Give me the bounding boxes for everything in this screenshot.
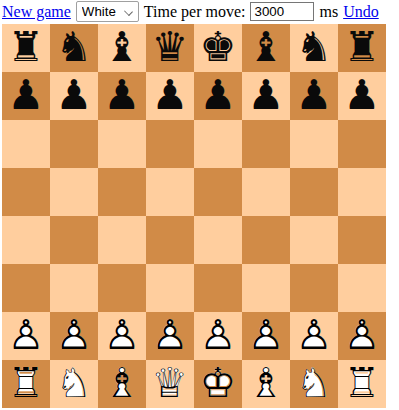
square-c1[interactable]: ♝♗ [98, 360, 146, 408]
black-rook-piece[interactable]: ♜ [338, 24, 386, 72]
white-pawn-piece[interactable]: ♟♙ [338, 312, 386, 360]
piece-outline: ♘ [290, 360, 338, 408]
time-per-move-label: Time per move: [144, 2, 246, 22]
square-d1[interactable]: ♛♕ [146, 360, 194, 408]
white-pawn-piece[interactable]: ♟♙ [2, 312, 50, 360]
square-a6[interactable] [2, 120, 50, 168]
black-pawn-piece[interactable]: ♟ [98, 72, 146, 120]
square-c3[interactable] [98, 264, 146, 312]
square-d4[interactable] [146, 216, 194, 264]
square-b3[interactable] [50, 264, 98, 312]
black-king-piece[interactable]: ♚ [194, 24, 242, 72]
piece-outline: ♖ [2, 360, 50, 408]
square-b4[interactable] [50, 216, 98, 264]
square-d8[interactable]: ♛ [146, 24, 194, 72]
square-e1[interactable]: ♚♔ [194, 360, 242, 408]
square-e8[interactable]: ♚ [194, 24, 242, 72]
undo-link[interactable]: Undo [343, 2, 379, 22]
square-d2[interactable]: ♟♙ [146, 312, 194, 360]
white-king-piece[interactable]: ♚♔ [194, 360, 242, 408]
square-g3[interactable] [290, 264, 338, 312]
square-b5[interactable] [50, 168, 98, 216]
white-rook-piece[interactable]: ♜♖ [338, 360, 386, 408]
square-h6[interactable] [338, 120, 386, 168]
square-a7[interactable]: ♟ [2, 72, 50, 120]
square-e3[interactable] [194, 264, 242, 312]
black-pawn-piece[interactable]: ♟ [338, 72, 386, 120]
square-e4[interactable] [194, 216, 242, 264]
square-d3[interactable] [146, 264, 194, 312]
toolbar: New game White Time per move: ms Undo [2, 1, 399, 22]
white-pawn-piece[interactable]: ♟♙ [98, 312, 146, 360]
square-g8[interactable]: ♞ [290, 24, 338, 72]
square-g6[interactable] [290, 120, 338, 168]
black-knight-piece[interactable]: ♞ [290, 24, 338, 72]
square-c6[interactable] [98, 120, 146, 168]
square-f2[interactable]: ♟♙ [242, 312, 290, 360]
piece-outline: ♘ [50, 360, 98, 408]
square-h5[interactable] [338, 168, 386, 216]
square-e6[interactable] [194, 120, 242, 168]
side-select-dropdown[interactable]: White [76, 1, 139, 22]
new-game-link[interactable]: New game [2, 2, 71, 22]
square-g7[interactable]: ♟ [290, 72, 338, 120]
piece-outline: ♙ [290, 312, 338, 360]
piece-outline: ♗ [242, 360, 290, 408]
square-c2[interactable]: ♟♙ [98, 312, 146, 360]
square-a5[interactable] [2, 168, 50, 216]
square-h8[interactable]: ♜ [338, 24, 386, 72]
square-e7[interactable]: ♟ [194, 72, 242, 120]
square-g5[interactable] [290, 168, 338, 216]
square-h3[interactable] [338, 264, 386, 312]
black-pawn-piece[interactable]: ♟ [194, 72, 242, 120]
square-h4[interactable] [338, 216, 386, 264]
piece-outline: ♖ [338, 360, 386, 408]
piece-outline: ♔ [194, 360, 242, 408]
square-b7[interactable]: ♟ [50, 72, 98, 120]
black-pawn-piece[interactable]: ♟ [242, 72, 290, 120]
square-f8[interactable]: ♝ [242, 24, 290, 72]
piece-outline: ♙ [98, 312, 146, 360]
white-pawn-piece[interactable]: ♟♙ [50, 312, 98, 360]
square-e2[interactable]: ♟♙ [194, 312, 242, 360]
square-f5[interactable] [242, 168, 290, 216]
square-d7[interactable]: ♟ [146, 72, 194, 120]
square-b6[interactable] [50, 120, 98, 168]
white-bishop-piece[interactable]: ♝♗ [242, 360, 290, 408]
piece-outline: ♙ [338, 312, 386, 360]
square-a4[interactable] [2, 216, 50, 264]
square-a8[interactable]: ♜ [2, 24, 50, 72]
square-h1[interactable]: ♜♖ [338, 360, 386, 408]
square-b2[interactable]: ♟♙ [50, 312, 98, 360]
white-pawn-piece[interactable]: ♟♙ [146, 312, 194, 360]
piece-outline: ♙ [194, 312, 242, 360]
square-g1[interactable]: ♞♘ [290, 360, 338, 408]
white-pawn-piece[interactable]: ♟♙ [242, 312, 290, 360]
square-g4[interactable] [290, 216, 338, 264]
square-b8[interactable]: ♞ [50, 24, 98, 72]
square-f3[interactable] [242, 264, 290, 312]
chess-board[interactable]: ♜♞♝♛♚♝♞♜♟♟♟♟♟♟♟♟♟♙♟♙♟♙♟♙♟♙♟♙♟♙♟♙♜♖♞♘♝♗♛♕… [2, 24, 386, 408]
square-d6[interactable] [146, 120, 194, 168]
piece-outline: ♙ [50, 312, 98, 360]
black-bishop-piece[interactable]: ♝ [98, 24, 146, 72]
white-rook-piece[interactable]: ♜♖ [2, 360, 50, 408]
black-bishop-piece[interactable]: ♝ [242, 24, 290, 72]
piece-outline: ♙ [2, 312, 50, 360]
square-c8[interactable]: ♝ [98, 24, 146, 72]
square-h7[interactable]: ♟ [338, 72, 386, 120]
square-c5[interactable] [98, 168, 146, 216]
black-pawn-piece[interactable]: ♟ [290, 72, 338, 120]
white-pawn-piece[interactable]: ♟♙ [290, 312, 338, 360]
black-queen-piece[interactable]: ♛ [146, 24, 194, 72]
square-b1[interactable]: ♞♘ [50, 360, 98, 408]
black-rook-piece[interactable]: ♜ [2, 24, 50, 72]
piece-outline: ♕ [146, 360, 194, 408]
square-c7[interactable]: ♟ [98, 72, 146, 120]
time-unit-label: ms [319, 2, 338, 22]
square-g2[interactable]: ♟♙ [290, 312, 338, 360]
black-knight-piece[interactable]: ♞ [50, 24, 98, 72]
white-pawn-piece[interactable]: ♟♙ [194, 312, 242, 360]
square-a1[interactable]: ♜♖ [2, 360, 50, 408]
side-select: White [76, 1, 139, 22]
square-c4[interactable] [98, 216, 146, 264]
white-knight-piece[interactable]: ♞♘ [50, 360, 98, 408]
square-a2[interactable]: ♟♙ [2, 312, 50, 360]
white-knight-piece[interactable]: ♞♘ [290, 360, 338, 408]
piece-outline: ♗ [98, 360, 146, 408]
black-pawn-piece[interactable]: ♟ [50, 72, 98, 120]
square-a3[interactable] [2, 264, 50, 312]
time-per-move-input[interactable] [250, 2, 314, 21]
square-d5[interactable] [146, 168, 194, 216]
square-f4[interactable] [242, 216, 290, 264]
piece-outline: ♙ [146, 312, 194, 360]
white-bishop-piece[interactable]: ♝♗ [98, 360, 146, 408]
black-pawn-piece[interactable]: ♟ [2, 72, 50, 120]
square-f1[interactable]: ♝♗ [242, 360, 290, 408]
white-queen-piece[interactable]: ♛♕ [146, 360, 194, 408]
black-pawn-piece[interactable]: ♟ [146, 72, 194, 120]
square-h2[interactable]: ♟♙ [338, 312, 386, 360]
square-f6[interactable] [242, 120, 290, 168]
square-e5[interactable] [194, 168, 242, 216]
piece-outline: ♙ [242, 312, 290, 360]
square-f7[interactable]: ♟ [242, 72, 290, 120]
